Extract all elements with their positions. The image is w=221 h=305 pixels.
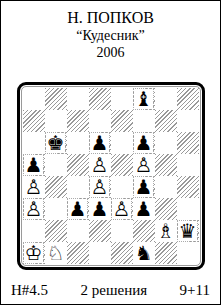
square-e1 bbox=[111, 242, 133, 264]
square-h8 bbox=[177, 88, 199, 110]
piece-wP-d4: ♙ bbox=[90, 177, 110, 197]
square-a3: ♙ bbox=[23, 198, 45, 220]
square-c6 bbox=[67, 132, 89, 154]
square-b6: ♚ bbox=[45, 132, 67, 154]
square-d6: ♟ bbox=[89, 132, 111, 154]
solutions-label: 2 решения bbox=[81, 281, 148, 299]
piece-bN-f1: ♞ bbox=[134, 243, 154, 263]
square-g8 bbox=[155, 88, 177, 110]
chessboard-frame: ♝♚♟♟♟♙♙♙♙♟♙♟♟♙♟♗♛♔♘♞ bbox=[17, 82, 205, 270]
piece-bP-d6: ♟ bbox=[90, 133, 110, 153]
piece-bP-c3: ♟ bbox=[68, 199, 88, 219]
piece-bP-f6: ♟ bbox=[134, 133, 154, 153]
square-a4: ♙ bbox=[23, 176, 45, 198]
square-c1 bbox=[67, 242, 89, 264]
square-e7 bbox=[111, 110, 133, 132]
piece-bQ-h2: ♛ bbox=[178, 221, 198, 241]
square-g5 bbox=[155, 154, 177, 176]
square-f1: ♞ bbox=[133, 242, 155, 264]
piece-bP-d3: ♟ bbox=[90, 199, 110, 219]
square-e5 bbox=[111, 154, 133, 176]
square-e8 bbox=[111, 88, 133, 110]
square-d8 bbox=[89, 88, 111, 110]
square-g1 bbox=[155, 242, 177, 264]
square-a7 bbox=[23, 110, 45, 132]
square-f3: ♟ bbox=[133, 198, 155, 220]
square-g2: ♗ bbox=[155, 220, 177, 242]
square-e6 bbox=[111, 132, 133, 154]
square-h6 bbox=[177, 132, 199, 154]
square-c5 bbox=[67, 154, 89, 176]
piece-wP-e3: ♙ bbox=[112, 199, 132, 219]
square-f6: ♟ bbox=[133, 132, 155, 154]
square-a8 bbox=[23, 88, 45, 110]
square-b2 bbox=[45, 220, 67, 242]
publication-year: 2006 bbox=[1, 44, 220, 61]
square-g3 bbox=[155, 198, 177, 220]
material-count-label: 9+11 bbox=[180, 281, 210, 299]
square-f4: ♟ bbox=[133, 176, 155, 198]
piece-bK-b6: ♚ bbox=[46, 133, 66, 153]
square-c8 bbox=[67, 88, 89, 110]
square-f7 bbox=[133, 110, 155, 132]
piece-wB-g2: ♗ bbox=[156, 221, 176, 241]
problem-header: Н. ПОПКОВ “Кудесник” 2006 bbox=[1, 1, 220, 61]
square-a1: ♔ bbox=[23, 242, 45, 264]
piece-bP-f3: ♟ bbox=[134, 199, 154, 219]
square-b1: ♘ bbox=[45, 242, 67, 264]
square-a5: ♟ bbox=[23, 154, 45, 176]
source-title: “Кудесник” bbox=[1, 27, 220, 44]
square-h1 bbox=[177, 242, 199, 264]
square-d2 bbox=[89, 220, 111, 242]
piece-bP-a5: ♟ bbox=[24, 155, 44, 175]
square-a2 bbox=[23, 220, 45, 242]
piece-wP-a4: ♙ bbox=[24, 177, 44, 197]
square-g7 bbox=[155, 110, 177, 132]
piece-wP-f5: ♙ bbox=[134, 155, 154, 175]
square-e2 bbox=[111, 220, 133, 242]
piece-bB-f8: ♝ bbox=[134, 89, 154, 109]
square-a6 bbox=[23, 132, 45, 154]
square-g4 bbox=[155, 176, 177, 198]
square-h7 bbox=[177, 110, 199, 132]
square-h3 bbox=[177, 198, 199, 220]
square-b8 bbox=[45, 88, 67, 110]
square-g6 bbox=[155, 132, 177, 154]
square-f5: ♙ bbox=[133, 154, 155, 176]
chess-problem-card: Н. ПОПКОВ “Кудесник” 2006 ♝♚♟♟♟♙♙♙♙♟♙♟♟♙… bbox=[0, 0, 221, 305]
piece-bP-f4: ♟ bbox=[134, 177, 154, 197]
square-b7 bbox=[45, 110, 67, 132]
piece-wN-b1: ♘ bbox=[46, 243, 66, 263]
chessboard: ♝♚♟♟♟♙♙♙♙♟♙♟♟♙♟♗♛♔♘♞ bbox=[23, 88, 199, 264]
stipulation-label: H#4.5 bbox=[11, 281, 48, 299]
square-d1 bbox=[89, 242, 111, 264]
square-e4 bbox=[111, 176, 133, 198]
piece-wP-a3: ♙ bbox=[24, 199, 44, 219]
square-h2: ♛ bbox=[177, 220, 199, 242]
square-b4 bbox=[45, 176, 67, 198]
square-c2 bbox=[67, 220, 89, 242]
square-f2 bbox=[133, 220, 155, 242]
square-c4 bbox=[67, 176, 89, 198]
author-name: Н. ПОПКОВ bbox=[1, 8, 220, 27]
square-d5: ♙ bbox=[89, 154, 111, 176]
square-f8: ♝ bbox=[133, 88, 155, 110]
square-d7 bbox=[89, 110, 111, 132]
square-b5 bbox=[45, 154, 67, 176]
square-d4: ♙ bbox=[89, 176, 111, 198]
square-c3: ♟ bbox=[67, 198, 89, 220]
square-h5 bbox=[177, 154, 199, 176]
square-b3 bbox=[45, 198, 67, 220]
piece-wP-d5: ♙ bbox=[90, 155, 110, 175]
square-h4 bbox=[177, 176, 199, 198]
square-c7 bbox=[67, 110, 89, 132]
piece-wK-a1: ♔ bbox=[24, 243, 44, 263]
square-d3: ♟ bbox=[89, 198, 111, 220]
square-e3: ♙ bbox=[111, 198, 133, 220]
problem-caption: H#4.5 2 решения 9+11 bbox=[1, 281, 220, 299]
chessboard-inner-frame: ♝♚♟♟♟♙♙♙♙♟♙♟♟♙♟♗♛♔♘♞ bbox=[21, 86, 201, 266]
